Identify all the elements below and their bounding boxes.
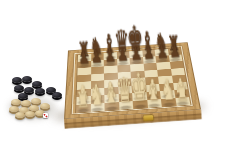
light-knight-glyph: ♞ [160, 78, 176, 104]
checker-dark [35, 88, 45, 94]
light-rook-glyph: ♜ [75, 88, 90, 111]
chess-piece-light-bishop: ♝ [147, 105, 161, 106]
brass-clasp-icon [144, 115, 154, 120]
checker-light [9, 106, 19, 112]
checker-light [40, 103, 50, 109]
light-rook-glyph: ♜ [175, 81, 190, 104]
chess-piece-light-king: ♚ [133, 106, 147, 107]
checker-dark [52, 92, 62, 98]
chess-piece-light-knight: ♞ [90, 109, 104, 110]
chess-board: ♜♞♝♛♚♝♞♜♟♟♟♟♟♟♟♟♟♟♟♟♟♟♟♟♜♞♝♛♚♝♞♜ [64, 42, 201, 119]
light-knight-glyph: ♞ [89, 83, 105, 109]
checker-light [25, 111, 35, 117]
checker-dark [24, 87, 34, 93]
checker-light [11, 99, 21, 105]
checker-light [15, 112, 25, 118]
chess-piece-light-queen: ♛ [119, 107, 133, 108]
checker-dark [18, 93, 28, 99]
light-bishop-glyph: ♝ [145, 77, 161, 106]
checker-dark [12, 77, 22, 83]
chess-piece-light-rook: ♜ [76, 110, 90, 111]
product-photo-chess-set: ♜♞♝♛♚♝♞♜♟♟♟♟♟♟♟♟♟♟♟♟♟♟♟♟♜♞♝♛♚♝♞♜ [0, 0, 240, 150]
checker-dark [22, 76, 32, 82]
chess-piece-light-rook: ♜ [176, 103, 190, 104]
checker-dark [14, 85, 24, 91]
chess-piece-light-knight: ♞ [162, 104, 176, 105]
die-icon [43, 113, 48, 118]
checker-dark [32, 81, 42, 87]
checker-light [31, 98, 41, 104]
